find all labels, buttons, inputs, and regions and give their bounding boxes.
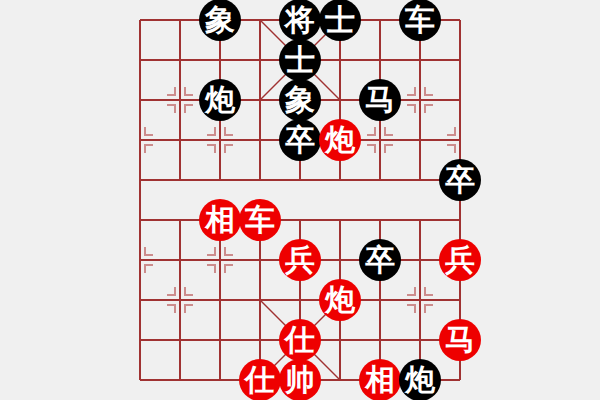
- piece-black-soldier[interactable]: 卒: [359, 239, 401, 281]
- xiangqi-board[interactable]: 象将士车士炮象马卒炮卒相车兵卒兵炮仕马仕帅相炮: [0, 0, 600, 400]
- piece-black-advisor[interactable]: 士: [319, 0, 361, 41]
- xiangqi-screen: 象将士车士炮象马卒炮卒相车兵卒兵炮仕马仕帅相炮: [0, 0, 600, 400]
- piece-red-chariot[interactable]: 车: [239, 199, 281, 241]
- piece-black-soldier[interactable]: 卒: [279, 119, 321, 161]
- piece-red-soldier[interactable]: 兵: [279, 239, 321, 281]
- piece-red-soldier[interactable]: 兵: [439, 239, 481, 281]
- piece-black-cannon[interactable]: 炮: [399, 359, 441, 400]
- piece-red-cannon[interactable]: 炮: [319, 119, 361, 161]
- piece-black-advisor[interactable]: 士: [279, 39, 321, 81]
- piece-red-advisor[interactable]: 仕: [239, 359, 281, 400]
- piece-black-cannon[interactable]: 炮: [199, 79, 241, 121]
- piece-red-horse[interactable]: 马: [439, 319, 481, 361]
- piece-red-advisor[interactable]: 仕: [279, 319, 321, 361]
- piece-black-elephant[interactable]: 象: [199, 0, 241, 41]
- piece-red-elephant[interactable]: 相: [359, 359, 401, 400]
- piece-black-chariot[interactable]: 车: [399, 0, 441, 41]
- piece-red-elephant[interactable]: 相: [199, 199, 241, 241]
- piece-black-soldier[interactable]: 卒: [439, 159, 481, 201]
- piece-red-general[interactable]: 帅: [279, 359, 321, 400]
- pieces-layer: 象将士车士炮象马卒炮卒相车兵卒兵炮仕马仕帅相炮: [0, 0, 600, 400]
- piece-black-general[interactable]: 将: [279, 0, 321, 41]
- piece-red-cannon[interactable]: 炮: [319, 279, 361, 321]
- piece-black-horse[interactable]: 马: [359, 79, 401, 121]
- piece-black-elephant[interactable]: 象: [279, 79, 321, 121]
